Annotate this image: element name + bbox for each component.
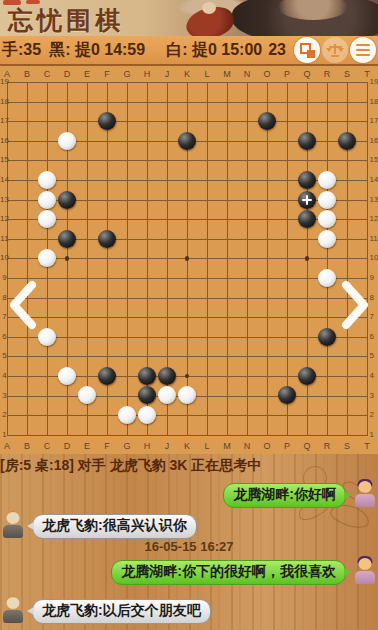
board-intersection bbox=[157, 366, 177, 386]
chat-bubble: 龙虎飞豹:很高兴认识你 bbox=[32, 514, 197, 539]
board-intersection bbox=[317, 190, 337, 210]
menu-button[interactable] bbox=[350, 37, 376, 63]
stone-black bbox=[98, 230, 116, 248]
board-intersection bbox=[137, 366, 157, 386]
stone-white bbox=[38, 328, 56, 346]
stone-black bbox=[298, 367, 316, 385]
chat-message-row: 龙虎飞豹:以后交个朋友吧 bbox=[0, 596, 378, 624]
stone-white bbox=[318, 269, 336, 287]
board-intersection bbox=[297, 190, 317, 210]
avatar bbox=[2, 511, 24, 539]
chat-bubble: 龙腾湖畔:你好啊 bbox=[223, 483, 346, 508]
stone-black bbox=[98, 367, 116, 385]
board-intersection bbox=[297, 209, 317, 229]
chat-message-row: 龙腾湖畔:你下的很好啊，我很喜欢 bbox=[0, 557, 378, 585]
board-intersection bbox=[297, 366, 317, 386]
stone-black bbox=[138, 386, 156, 404]
move-counter: 手:35 bbox=[2, 40, 41, 61]
board-intersection bbox=[117, 405, 137, 425]
stone-white bbox=[38, 249, 56, 267]
stone-black bbox=[318, 328, 336, 346]
stone-black bbox=[298, 171, 316, 189]
stone-white bbox=[118, 406, 136, 424]
board-intersection bbox=[97, 229, 117, 249]
board-intersection bbox=[137, 405, 157, 425]
board-intersection bbox=[297, 170, 317, 190]
board-intersection bbox=[37, 209, 57, 229]
stone-black bbox=[58, 230, 76, 248]
board-intersection bbox=[57, 131, 77, 151]
squares-button[interactable] bbox=[294, 37, 320, 63]
scales-icon bbox=[328, 43, 343, 57]
chat-bubble: 龙虎飞豹:以后交个朋友吧 bbox=[32, 599, 211, 624]
board-intersection bbox=[57, 190, 77, 210]
stone-black bbox=[98, 112, 116, 130]
prev-move-button[interactable] bbox=[6, 279, 40, 331]
stone-white bbox=[38, 210, 56, 228]
board-intersection bbox=[57, 366, 77, 386]
stone-white bbox=[138, 406, 156, 424]
squares-icon bbox=[300, 43, 315, 58]
avatar bbox=[354, 557, 376, 585]
board-intersection bbox=[317, 268, 337, 288]
avatar-body bbox=[3, 610, 23, 623]
board-intersection bbox=[317, 209, 337, 229]
stone-white bbox=[38, 191, 56, 209]
board-intersection bbox=[257, 111, 277, 131]
avatar-body bbox=[355, 571, 375, 584]
chat-bubble: 龙腾湖畔:你下的很好啊，我很喜欢 bbox=[111, 560, 346, 585]
avatar-head bbox=[7, 597, 20, 609]
board-intersection bbox=[37, 327, 57, 347]
board-intersection bbox=[317, 327, 337, 347]
stone-black bbox=[138, 367, 156, 385]
stone-black bbox=[278, 386, 296, 404]
board-intersection bbox=[297, 131, 317, 151]
stone-black bbox=[178, 132, 196, 150]
stone-white bbox=[58, 132, 76, 150]
stone-white bbox=[318, 210, 336, 228]
chat-message-row: 龙虎飞豹:很高兴认识你 bbox=[0, 511, 378, 539]
status-text: [房:5 桌:18] 对手 龙虎飞豹 3K 正在思考中 bbox=[0, 457, 261, 475]
byoyomi-countdown: 23 bbox=[268, 41, 286, 59]
stone-white bbox=[38, 171, 56, 189]
avatar bbox=[2, 596, 24, 624]
board-intersection bbox=[337, 131, 357, 151]
app-title: 忘忧围棋 bbox=[8, 4, 124, 36]
board-intersection bbox=[157, 386, 177, 406]
chat-area[interactable]: 龙腾湖畔:你好啊龙虎飞豹:很高兴认识你16-05-15 16:27龙腾湖畔:你下… bbox=[0, 478, 378, 624]
painting-figure-head bbox=[202, 2, 216, 14]
board-intersection bbox=[317, 170, 337, 190]
stone-black bbox=[258, 112, 276, 130]
chat-message-row: 龙腾湖畔:你好啊 bbox=[0, 480, 378, 508]
bottom-panel: [房:5 桌:18] 对手 龙虎飞豹 3K 正在思考中 龙腾湖畔:你好啊龙虎飞豹… bbox=[0, 454, 378, 630]
stone-black-last-move bbox=[298, 191, 316, 209]
game-info-bar: 手:35 黑: 提0 14:59 白: 提0 15:00 23 bbox=[0, 36, 378, 66]
board-intersection bbox=[277, 386, 297, 406]
stone-black bbox=[158, 367, 176, 385]
board-intersection bbox=[317, 229, 337, 249]
stone-white bbox=[58, 367, 76, 385]
board-intersection bbox=[37, 249, 57, 269]
avatar bbox=[354, 480, 376, 508]
avatar-head bbox=[359, 558, 372, 570]
board-intersection bbox=[57, 229, 77, 249]
stone-black bbox=[58, 191, 76, 209]
banner-painting bbox=[168, 0, 378, 36]
avatar-body bbox=[355, 494, 375, 507]
go-board[interactable]: AABBCCDDEEFFGGHHJJKKLLMMNNOOPPQQRRSSTT19… bbox=[0, 66, 378, 454]
next-move-button[interactable] bbox=[338, 279, 372, 331]
stone-white bbox=[318, 230, 336, 248]
stone-black bbox=[298, 132, 316, 150]
board-intersection bbox=[177, 386, 197, 406]
board-intersection bbox=[77, 386, 97, 406]
stone-white bbox=[158, 386, 176, 404]
black-player-info: 黑: 提0 14:59 bbox=[49, 40, 145, 61]
board-intersection bbox=[37, 190, 57, 210]
scales-button[interactable] bbox=[322, 37, 348, 63]
stone-white bbox=[178, 386, 196, 404]
stone-black bbox=[338, 132, 356, 150]
white-player-info: 白: 提0 15:00 bbox=[166, 40, 262, 61]
stone-white bbox=[78, 386, 96, 404]
stone-white bbox=[318, 171, 336, 189]
board-intersection bbox=[97, 111, 117, 131]
app-window: 忘忧围棋 手:35 黑: 提0 14:59 白: 提0 15:00 23 AAB… bbox=[0, 0, 378, 630]
board-intersection bbox=[37, 170, 57, 190]
menu-icon bbox=[356, 44, 370, 56]
avatar-body bbox=[3, 525, 23, 538]
stones-layer bbox=[0, 72, 377, 444]
board-intersection bbox=[177, 131, 197, 151]
stone-black bbox=[298, 210, 316, 228]
avatar-head bbox=[7, 512, 20, 524]
board-intersection bbox=[137, 386, 157, 406]
stone-white bbox=[318, 191, 336, 209]
board-intersection bbox=[97, 366, 117, 386]
app-banner: 忘忧围棋 bbox=[0, 0, 378, 36]
avatar-head bbox=[359, 481, 372, 493]
chat-timestamp: 16-05-15 16:27 bbox=[0, 539, 378, 553]
